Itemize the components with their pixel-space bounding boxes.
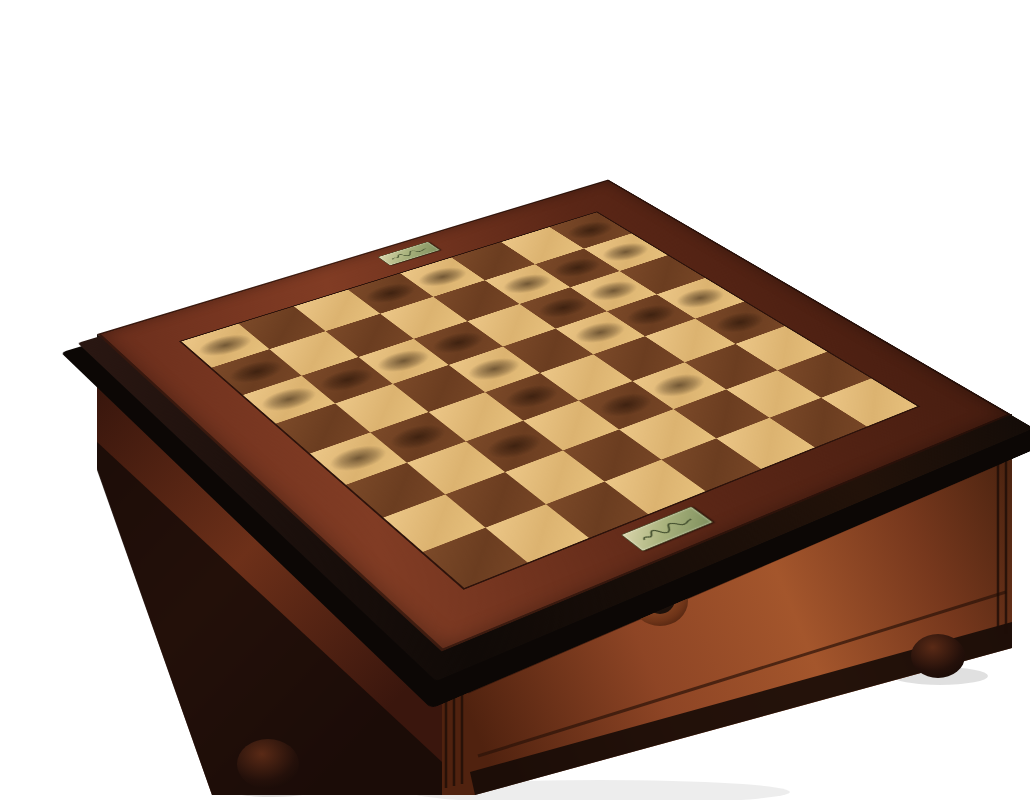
bun-foot-left [237,739,299,789]
chess-set-photo: ♝♚♜♛♜♟♞♟♟♟♞♟♞♟♟♛♟♝♝♟♟♟♚♜♜ [0,0,1030,800]
bun-foot-right [911,634,965,678]
